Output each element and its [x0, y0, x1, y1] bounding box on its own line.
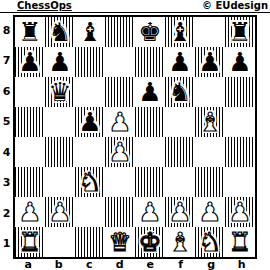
- black-bishop-f8: ♝: [165, 17, 195, 47]
- square-h2[interactable]: ♟: [225, 197, 255, 227]
- rank-label-2: 2: [0, 198, 13, 229]
- white-rook-a1: ♜: [15, 227, 45, 257]
- white-bishop-g5: ♝: [195, 107, 225, 137]
- black-pawn-h7: ♟: [225, 47, 255, 77]
- square-h6[interactable]: [225, 77, 255, 107]
- square-b3[interactable]: [45, 167, 75, 197]
- square-e3[interactable]: [135, 167, 165, 197]
- black-bishop-c8: ♝: [75, 17, 105, 47]
- black-pawn-g7: ♟: [195, 47, 225, 77]
- black-pawn-f7: ♟: [165, 47, 195, 77]
- file-label-c: c: [74, 258, 105, 270]
- rank-label-7: 7: [0, 46, 13, 77]
- black-pawn-c5: ♟: [75, 107, 105, 137]
- square-h5[interactable]: [225, 107, 255, 137]
- square-d3[interactable]: [105, 167, 135, 197]
- square-g2[interactable]: ♟: [195, 197, 225, 227]
- square-g4[interactable]: [195, 137, 225, 167]
- white-rook-h1: ♜: [225, 227, 255, 257]
- square-f4[interactable]: [165, 137, 195, 167]
- square-f6[interactable]: ♞: [165, 77, 195, 107]
- file-label-f: f: [166, 258, 197, 270]
- square-g8[interactable]: [195, 17, 225, 47]
- credit-label: © EUdesign: [202, 0, 268, 12]
- app-title: ChessOps: [17, 0, 72, 12]
- file-label-b: b: [44, 258, 75, 270]
- square-a7[interactable]: ♟: [15, 47, 45, 77]
- square-d7[interactable]: [105, 47, 135, 77]
- white-pawn-b2: ♟: [45, 197, 75, 227]
- square-d1[interactable]: ♛: [105, 227, 135, 257]
- square-h1[interactable]: ♜: [225, 227, 255, 257]
- black-rook-h8: ♜: [225, 17, 255, 47]
- square-a5[interactable]: [15, 107, 45, 137]
- black-pawn-a7: ♟: [15, 47, 45, 77]
- square-b7[interactable]: ♟: [45, 47, 75, 77]
- square-a8[interactable]: ♜: [15, 17, 45, 47]
- square-c3[interactable]: ♞: [75, 167, 105, 197]
- white-pawn-a2: ♟: [15, 197, 45, 227]
- square-d6[interactable]: [105, 77, 135, 107]
- file-label-g: g: [196, 258, 227, 270]
- square-a3[interactable]: [15, 167, 45, 197]
- square-g7[interactable]: ♟: [195, 47, 225, 77]
- square-h8[interactable]: ♜: [225, 17, 255, 47]
- black-knight-b8: ♞: [45, 17, 75, 47]
- square-a4[interactable]: [15, 137, 45, 167]
- white-pawn-h2: ♟: [225, 197, 255, 227]
- square-b8[interactable]: ♞: [45, 17, 75, 47]
- file-labels: abcdefgh: [13, 258, 257, 270]
- white-pawn-d4: ♟: [105, 137, 135, 167]
- square-a1[interactable]: ♜: [15, 227, 45, 257]
- square-e6[interactable]: ♟: [135, 77, 165, 107]
- rank-label-8: 8: [0, 15, 13, 46]
- rank-label-1: 1: [0, 229, 13, 260]
- black-knight-f6: ♞: [165, 77, 195, 107]
- white-king-e1: ♚: [135, 227, 165, 257]
- square-d2[interactable]: [105, 197, 135, 227]
- square-c1[interactable]: [75, 227, 105, 257]
- white-knight-c3: ♞: [75, 167, 105, 197]
- white-knight-g1: ♞: [195, 227, 225, 257]
- rank-label-3: 3: [0, 168, 13, 199]
- rank-labels: 87654321: [0, 15, 13, 259]
- square-g3[interactable]: [195, 167, 225, 197]
- white-pawn-g2: ♟: [195, 197, 225, 227]
- square-d8[interactable]: [105, 17, 135, 47]
- square-f1[interactable]: ♝: [165, 227, 195, 257]
- white-pawn-f2: ♟: [165, 197, 195, 227]
- file-label-e: e: [135, 258, 166, 270]
- black-pawn-b7: ♟: [45, 47, 75, 77]
- black-pawn-e6: ♟: [135, 77, 165, 107]
- header-bar: ChessOps © EUdesign: [0, 0, 270, 13]
- white-queen-d1: ♛: [105, 227, 135, 257]
- black-queen-b6: ♛: [45, 77, 75, 107]
- square-g1[interactable]: ♞: [195, 227, 225, 257]
- file-label-a: a: [13, 258, 44, 270]
- square-e8[interactable]: ♚: [135, 17, 165, 47]
- square-f8[interactable]: ♝: [165, 17, 195, 47]
- chess-board: ♜♞♝♚♝♜♟♟♟♟♟♛♟♞♟♟♝♟♞♟♟♟♟♟♟♜♛♚♝♞♜: [13, 15, 257, 259]
- square-b4[interactable]: [45, 137, 75, 167]
- square-c5[interactable]: ♟: [75, 107, 105, 137]
- square-e5[interactable]: [135, 107, 165, 137]
- square-c4[interactable]: [75, 137, 105, 167]
- black-rook-a8: ♜: [15, 17, 45, 47]
- chessops-window: ChessOps © EUdesign 87654321 ♜♞♝♚♝♜♟♟♟♟♟…: [0, 0, 270, 270]
- square-d5[interactable]: ♟: [105, 107, 135, 137]
- square-e1[interactable]: ♚: [135, 227, 165, 257]
- rank-label-5: 5: [0, 107, 13, 138]
- file-label-d: d: [105, 258, 136, 270]
- square-b2[interactable]: ♟: [45, 197, 75, 227]
- square-a6[interactable]: [15, 77, 45, 107]
- square-b1[interactable]: [45, 227, 75, 257]
- square-f5[interactable]: [165, 107, 195, 137]
- square-e7[interactable]: [135, 47, 165, 77]
- square-d4[interactable]: ♟: [105, 137, 135, 167]
- white-pawn-d5: ♟: [105, 107, 135, 137]
- square-h7[interactable]: ♟: [225, 47, 255, 77]
- square-f2[interactable]: ♟: [165, 197, 195, 227]
- square-f7[interactable]: ♟: [165, 47, 195, 77]
- square-b5[interactable]: [45, 107, 75, 137]
- square-c8[interactable]: ♝: [75, 17, 105, 47]
- file-label-h: h: [227, 258, 258, 270]
- square-h4[interactable]: [225, 137, 255, 167]
- square-c6[interactable]: [75, 77, 105, 107]
- square-b6[interactable]: ♛: [45, 77, 75, 107]
- white-bishop-f1: ♝: [165, 227, 195, 257]
- square-a2[interactable]: ♟: [15, 197, 45, 227]
- black-king-e8: ♚: [135, 17, 165, 47]
- square-e2[interactable]: ♟: [135, 197, 165, 227]
- rank-label-4: 4: [0, 137, 13, 168]
- white-pawn-e2: ♟: [135, 197, 165, 227]
- square-h3[interactable]: [225, 167, 255, 197]
- square-f3[interactable]: [165, 167, 195, 197]
- square-g6[interactable]: [195, 77, 225, 107]
- square-e4[interactable]: [135, 137, 165, 167]
- square-g5[interactable]: ♝: [195, 107, 225, 137]
- rank-label-6: 6: [0, 76, 13, 107]
- square-c2[interactable]: [75, 197, 105, 227]
- square-c7[interactable]: [75, 47, 105, 77]
